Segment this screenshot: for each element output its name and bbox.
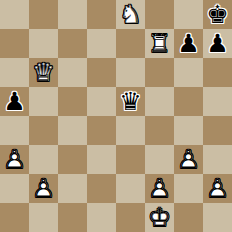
square-g6[interactable] (174, 58, 203, 87)
white-king-outline-icon: ♔ (145, 203, 174, 232)
square-e5[interactable]: ♛ (116, 87, 145, 116)
square-d6[interactable] (87, 58, 116, 87)
piece-black-pawn[interactable]: ♟ (203, 29, 232, 58)
white-knight-outline-icon: ♘ (116, 0, 145, 29)
piece-black-pawn[interactable]: ♟ (174, 29, 203, 58)
square-b8[interactable] (29, 0, 58, 29)
square-e6[interactable] (116, 58, 145, 87)
square-a7[interactable] (0, 29, 29, 58)
white-pawn-outline-icon: ♙ (145, 174, 174, 203)
square-d3[interactable] (87, 145, 116, 174)
black-king-icon: ♚ (203, 0, 232, 29)
square-b3[interactable] (29, 145, 58, 174)
square-e8[interactable]: ♞♘ (116, 0, 145, 29)
square-e2[interactable] (116, 174, 145, 203)
square-b6[interactable]: ♛♕ (29, 58, 58, 87)
square-a8[interactable] (0, 0, 29, 29)
square-c6[interactable] (58, 58, 87, 87)
piece-black-queen[interactable]: ♛ (116, 87, 145, 116)
square-a5[interactable]: ♟ (0, 87, 29, 116)
square-c8[interactable] (58, 0, 87, 29)
square-f8[interactable] (145, 0, 174, 29)
square-d4[interactable] (87, 116, 116, 145)
square-f2[interactable]: ♟♙ (145, 174, 174, 203)
piece-white-king[interactable]: ♚♔ (145, 203, 174, 232)
square-g5[interactable] (174, 87, 203, 116)
square-h8[interactable]: ♚ (203, 0, 232, 29)
square-c5[interactable] (58, 87, 87, 116)
square-b1[interactable] (29, 203, 58, 232)
square-c2[interactable] (58, 174, 87, 203)
white-queen-outline-icon: ♕ (29, 58, 58, 87)
square-h6[interactable] (203, 58, 232, 87)
piece-white-pawn[interactable]: ♟♙ (174, 145, 203, 174)
square-f5[interactable] (145, 87, 174, 116)
black-queen-icon: ♛ (116, 87, 145, 116)
white-pawn-outline-icon: ♙ (29, 174, 58, 203)
square-a6[interactable] (0, 58, 29, 87)
piece-white-rook[interactable]: ♜♖ (145, 29, 174, 58)
square-h3[interactable] (203, 145, 232, 174)
square-c1[interactable] (58, 203, 87, 232)
square-e3[interactable] (116, 145, 145, 174)
square-a2[interactable] (0, 174, 29, 203)
square-h5[interactable] (203, 87, 232, 116)
square-b2[interactable]: ♟♙ (29, 174, 58, 203)
black-pawn-icon: ♟ (0, 87, 29, 116)
square-g1[interactable] (174, 203, 203, 232)
square-a4[interactable] (0, 116, 29, 145)
square-f3[interactable] (145, 145, 174, 174)
chess-board: ♞♘♚♜♖♟♟♛♕♟♛♟♙♟♙♟♙♟♙♟♙♚♔ (0, 0, 232, 232)
square-d8[interactable] (87, 0, 116, 29)
square-f7[interactable]: ♜♖ (145, 29, 174, 58)
piece-white-knight[interactable]: ♞♘ (116, 0, 145, 29)
square-g3[interactable]: ♟♙ (174, 145, 203, 174)
piece-white-queen[interactable]: ♛♕ (29, 58, 58, 87)
piece-black-pawn[interactable]: ♟ (0, 87, 29, 116)
square-e1[interactable] (116, 203, 145, 232)
square-g8[interactable] (174, 0, 203, 29)
square-f4[interactable] (145, 116, 174, 145)
square-g2[interactable] (174, 174, 203, 203)
piece-black-king[interactable]: ♚ (203, 0, 232, 29)
square-d5[interactable] (87, 87, 116, 116)
piece-white-pawn[interactable]: ♟♙ (145, 174, 174, 203)
square-b4[interactable] (29, 116, 58, 145)
square-b7[interactable] (29, 29, 58, 58)
square-h1[interactable] (203, 203, 232, 232)
black-pawn-icon: ♟ (203, 29, 232, 58)
white-pawn-outline-icon: ♙ (203, 174, 232, 203)
square-h7[interactable]: ♟ (203, 29, 232, 58)
square-d7[interactable] (87, 29, 116, 58)
square-e7[interactable] (116, 29, 145, 58)
square-h2[interactable]: ♟♙ (203, 174, 232, 203)
white-rook-outline-icon: ♖ (145, 29, 174, 58)
black-pawn-icon: ♟ (174, 29, 203, 58)
square-c3[interactable] (58, 145, 87, 174)
square-f1[interactable]: ♚♔ (145, 203, 174, 232)
square-g4[interactable] (174, 116, 203, 145)
square-c4[interactable] (58, 116, 87, 145)
square-d2[interactable] (87, 174, 116, 203)
piece-white-pawn[interactable]: ♟♙ (29, 174, 58, 203)
piece-white-pawn[interactable]: ♟♙ (203, 174, 232, 203)
square-e4[interactable] (116, 116, 145, 145)
square-c7[interactable] (58, 29, 87, 58)
square-a1[interactable] (0, 203, 29, 232)
square-b5[interactable] (29, 87, 58, 116)
square-g7[interactable]: ♟ (174, 29, 203, 58)
square-f6[interactable] (145, 58, 174, 87)
white-pawn-outline-icon: ♙ (0, 145, 29, 174)
square-a3[interactable]: ♟♙ (0, 145, 29, 174)
square-h4[interactable] (203, 116, 232, 145)
piece-white-pawn[interactable]: ♟♙ (0, 145, 29, 174)
square-d1[interactable] (87, 203, 116, 232)
white-pawn-outline-icon: ♙ (174, 145, 203, 174)
